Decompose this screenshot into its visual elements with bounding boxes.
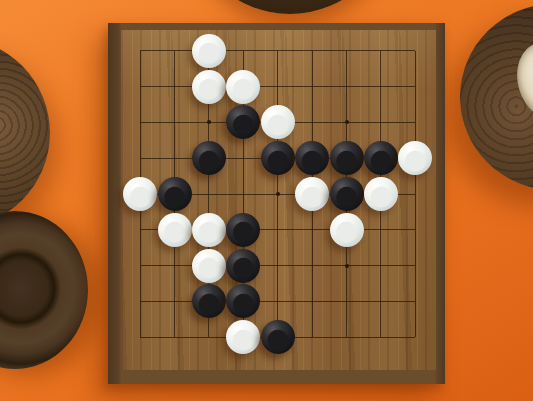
board-cell[interactable]: ● <box>329 212 363 248</box>
board-cell[interactable]: ● <box>226 248 260 284</box>
black-stone[interactable]: ● <box>330 141 364 175</box>
board-cell[interactable]: ● <box>226 284 260 320</box>
board-cell[interactable] <box>329 105 363 141</box>
stone-bowl-right <box>460 4 533 190</box>
board-cell[interactable]: ● <box>157 212 191 248</box>
board-cell[interactable]: ● <box>261 140 295 176</box>
board-cell[interactable] <box>364 248 398 284</box>
board-cell[interactable] <box>226 176 260 212</box>
black-stone[interactable]: ● <box>364 141 398 175</box>
black-stone[interactable]: ● <box>295 141 329 175</box>
white-stone[interactable]: ● <box>192 213 226 247</box>
white-stone[interactable]: ● <box>226 320 260 354</box>
board-cell[interactable] <box>157 319 191 355</box>
board-cell[interactable]: ● <box>192 284 226 320</box>
board-cell[interactable] <box>398 105 432 141</box>
board-cell[interactable]: ● <box>192 212 226 248</box>
board-cell[interactable]: ● <box>226 319 260 355</box>
white-stone[interactable]: ● <box>330 213 364 247</box>
board-cell[interactable] <box>261 33 295 69</box>
go-board: ●●●●●●●●●●●●●●●●●●●●●●●●●● <box>108 23 445 384</box>
star-point <box>276 192 280 196</box>
board-cell[interactable]: ● <box>329 140 363 176</box>
board-cell[interactable] <box>329 248 363 284</box>
go-board-grid: ●●●●●●●●●●●●●●●●●●●●●●●●●● <box>123 33 433 355</box>
board-cell[interactable]: ● <box>226 69 260 105</box>
board-cell[interactable]: ● <box>295 140 329 176</box>
board-cell[interactable] <box>192 176 226 212</box>
board-cell[interactable] <box>398 69 432 105</box>
black-stone[interactable]: ● <box>330 177 364 211</box>
board-cell[interactable] <box>364 319 398 355</box>
board-cell[interactable] <box>157 33 191 69</box>
white-stone[interactable]: ● <box>398 141 432 175</box>
board-cell[interactable] <box>157 140 191 176</box>
board-cell[interactable]: ● <box>261 319 295 355</box>
white-stone[interactable]: ● <box>192 34 226 68</box>
white-stone[interactable]: ● <box>295 177 329 211</box>
black-stone[interactable]: ● <box>226 284 260 318</box>
board-cell[interactable] <box>295 33 329 69</box>
white-stone[interactable]: ● <box>364 177 398 211</box>
white-stone[interactable]: ● <box>123 177 157 211</box>
white-stone[interactable]: ● <box>261 105 295 139</box>
black-stone[interactable]: ● <box>226 213 260 247</box>
board-cell[interactable] <box>295 212 329 248</box>
board-cell[interactable] <box>123 33 157 69</box>
board-cell[interactable] <box>261 248 295 284</box>
board-cell[interactable] <box>364 284 398 320</box>
board-cell[interactable] <box>157 105 191 141</box>
board-cell[interactable] <box>295 248 329 284</box>
bowl-lid-bottom-left <box>0 211 88 369</box>
board-cell[interactable] <box>398 33 432 69</box>
black-stone[interactable]: ● <box>226 249 260 283</box>
board-cell[interactable] <box>398 284 432 320</box>
board-cell[interactable] <box>123 105 157 141</box>
board-cell[interactable] <box>398 176 432 212</box>
white-stone[interactable]: ● <box>226 70 260 104</box>
white-stone[interactable]: ● <box>192 70 226 104</box>
white-stone[interactable]: ● <box>192 249 226 283</box>
board-cell[interactable] <box>123 140 157 176</box>
board-cell[interactable]: ● <box>192 69 226 105</box>
board-cell[interactable] <box>329 284 363 320</box>
board-cell[interactable]: ● <box>157 176 191 212</box>
board-cell[interactable] <box>123 319 157 355</box>
board-cell[interactable] <box>123 284 157 320</box>
bowl-interior <box>508 36 533 127</box>
go-board-face: ●●●●●●●●●●●●●●●●●●●●●●●●●● <box>121 30 436 370</box>
board-cell[interactable] <box>261 284 295 320</box>
board-cell[interactable] <box>192 319 226 355</box>
board-cell[interactable]: ● <box>329 176 363 212</box>
board-cell[interactable]: ● <box>226 212 260 248</box>
board-cell[interactable] <box>329 69 363 105</box>
board-cell[interactable] <box>364 33 398 69</box>
black-stone[interactable]: ● <box>158 177 192 211</box>
board-cell[interactable] <box>192 105 226 141</box>
board-cell[interactable] <box>364 105 398 141</box>
stone-bowl-top <box>186 0 394 14</box>
board-cell[interactable]: ● <box>295 176 329 212</box>
star-point <box>345 120 349 124</box>
board-cell[interactable]: ● <box>192 33 226 69</box>
star-point <box>345 264 349 268</box>
board-cell[interactable] <box>295 105 329 141</box>
board-cell[interactable]: ● <box>192 248 226 284</box>
board-cell[interactable]: ● <box>398 140 432 176</box>
board-cell[interactable] <box>295 319 329 355</box>
board-cell[interactable]: ● <box>364 176 398 212</box>
white-stone[interactable]: ● <box>158 213 192 247</box>
board-cell[interactable] <box>261 176 295 212</box>
black-stone[interactable]: ● <box>226 105 260 139</box>
board-cell[interactable] <box>295 284 329 320</box>
board-cell[interactable] <box>157 248 191 284</box>
board-cell[interactable] <box>261 69 295 105</box>
board-cell[interactable]: ● <box>364 140 398 176</box>
board-cell[interactable]: ● <box>226 105 260 141</box>
board-cell[interactable] <box>123 69 157 105</box>
board-cell[interactable]: ● <box>192 140 226 176</box>
board-cell[interactable]: ● <box>261 105 295 141</box>
board-cell[interactable] <box>226 140 260 176</box>
star-point <box>207 120 211 124</box>
board-cell[interactable] <box>123 212 157 248</box>
board-cell[interactable] <box>226 33 260 69</box>
board-cell[interactable] <box>157 284 191 320</box>
black-stone[interactable]: ● <box>192 284 226 318</box>
board-cell[interactable] <box>261 212 295 248</box>
board-cell[interactable] <box>295 69 329 105</box>
board-cell[interactable] <box>157 69 191 105</box>
board-cell[interactable]: ● <box>123 176 157 212</box>
black-stone[interactable]: ● <box>261 320 295 354</box>
board-cell[interactable] <box>123 248 157 284</box>
stone-bowl-top-left <box>0 38 50 228</box>
photo-scene: ●●●●●●●●●●●●●●●●●●●●●●●●●● <box>0 0 533 401</box>
board-cell[interactable] <box>364 69 398 105</box>
board-cell[interactable] <box>329 33 363 69</box>
board-cell[interactable] <box>398 212 432 248</box>
black-stone[interactable]: ● <box>192 141 226 175</box>
board-cell[interactable] <box>364 212 398 248</box>
black-stone[interactable]: ● <box>261 141 295 175</box>
board-cell[interactable] <box>329 319 363 355</box>
board-cell[interactable] <box>398 319 432 355</box>
board-cell[interactable] <box>398 248 432 284</box>
